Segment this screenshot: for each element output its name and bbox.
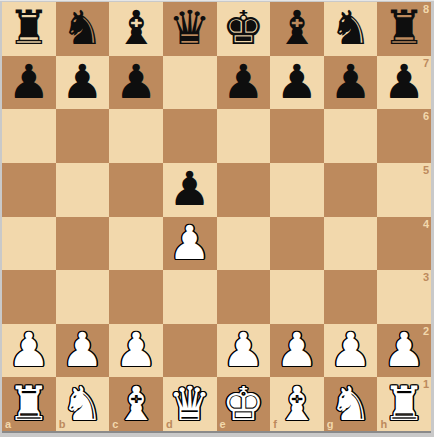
piece-black-pawn[interactable]: ♟ bbox=[222, 58, 264, 105]
square-f3[interactable] bbox=[270, 270, 324, 324]
piece-white-rook[interactable]: ♜ bbox=[8, 380, 50, 427]
square-b4[interactable] bbox=[56, 217, 110, 271]
piece-black-king[interactable]: ♚ bbox=[222, 4, 264, 51]
piece-black-pawn[interactable]: ♟ bbox=[115, 58, 157, 105]
square-f2[interactable]: ♟ bbox=[270, 324, 324, 378]
square-h3[interactable]: 3 bbox=[377, 270, 431, 324]
square-e7[interactable]: ♟ bbox=[217, 56, 271, 110]
square-b5[interactable] bbox=[56, 163, 110, 217]
square-e4[interactable] bbox=[217, 217, 271, 271]
square-a2[interactable]: ♟ bbox=[2, 324, 56, 378]
square-a4[interactable] bbox=[2, 217, 56, 271]
piece-black-rook[interactable]: ♜ bbox=[383, 4, 425, 51]
square-d1[interactable]: d♛ bbox=[163, 377, 217, 431]
square-d8[interactable]: ♛ bbox=[163, 2, 217, 56]
piece-white-king[interactable]: ♚ bbox=[222, 380, 264, 427]
square-h1[interactable]: 1h♜ bbox=[377, 377, 431, 431]
square-e1[interactable]: e♚ bbox=[217, 377, 271, 431]
piece-black-rook[interactable]: ♜ bbox=[8, 4, 50, 51]
piece-black-knight[interactable]: ♞ bbox=[329, 4, 371, 51]
square-a5[interactable] bbox=[2, 163, 56, 217]
piece-black-pawn[interactable]: ♟ bbox=[8, 58, 50, 105]
square-c2[interactable]: ♟ bbox=[109, 324, 163, 378]
square-f1[interactable]: f♝ bbox=[270, 377, 324, 431]
piece-black-bishop[interactable]: ♝ bbox=[115, 4, 157, 51]
square-c3[interactable] bbox=[109, 270, 163, 324]
square-f8[interactable]: ♝ bbox=[270, 2, 324, 56]
rank-label-3: 3 bbox=[423, 272, 429, 283]
square-f5[interactable] bbox=[270, 163, 324, 217]
rank-label-6: 6 bbox=[423, 111, 429, 122]
square-d7[interactable] bbox=[163, 56, 217, 110]
piece-black-pawn[interactable]: ♟ bbox=[61, 58, 103, 105]
square-e2[interactable]: ♟ bbox=[217, 324, 271, 378]
square-h5[interactable]: 5 bbox=[377, 163, 431, 217]
square-b8[interactable]: ♞ bbox=[56, 2, 110, 56]
rank-label-4: 4 bbox=[423, 219, 429, 230]
piece-white-queen[interactable]: ♛ bbox=[169, 380, 211, 427]
square-c8[interactable]: ♝ bbox=[109, 2, 163, 56]
square-a6[interactable] bbox=[2, 109, 56, 163]
piece-white-knight[interactable]: ♞ bbox=[329, 380, 371, 427]
square-g8[interactable]: ♞ bbox=[324, 2, 378, 56]
square-g7[interactable]: ♟ bbox=[324, 56, 378, 110]
square-e5[interactable] bbox=[217, 163, 271, 217]
square-f4[interactable] bbox=[270, 217, 324, 271]
rank-label-5: 5 bbox=[423, 165, 429, 176]
piece-black-queen[interactable]: ♛ bbox=[169, 4, 211, 51]
square-a3[interactable] bbox=[2, 270, 56, 324]
square-h6[interactable]: 6 bbox=[377, 109, 431, 163]
piece-black-pawn[interactable]: ♟ bbox=[383, 58, 425, 105]
square-c4[interactable] bbox=[109, 217, 163, 271]
piece-white-rook[interactable]: ♜ bbox=[383, 380, 425, 427]
piece-white-pawn[interactable]: ♟ bbox=[222, 326, 264, 373]
square-f6[interactable] bbox=[270, 109, 324, 163]
square-b6[interactable] bbox=[56, 109, 110, 163]
square-b1[interactable]: b♞ bbox=[56, 377, 110, 431]
square-d4[interactable]: ♟ bbox=[163, 217, 217, 271]
piece-white-pawn[interactable]: ♟ bbox=[276, 326, 318, 373]
piece-black-pawn[interactable]: ♟ bbox=[276, 58, 318, 105]
piece-white-pawn[interactable]: ♟ bbox=[329, 326, 371, 373]
square-b2[interactable]: ♟ bbox=[56, 324, 110, 378]
square-c7[interactable]: ♟ bbox=[109, 56, 163, 110]
piece-black-knight[interactable]: ♞ bbox=[61, 4, 103, 51]
square-g4[interactable] bbox=[324, 217, 378, 271]
square-b3[interactable] bbox=[56, 270, 110, 324]
square-a7[interactable]: ♟ bbox=[2, 56, 56, 110]
square-h7[interactable]: 7♟ bbox=[377, 56, 431, 110]
board-frame: ♜♞♝♛♚♝♞8♜♟♟♟♟♟♟7♟6♟5♟43♟♟♟♟♟♟2♟a♜b♞c♝d♛e… bbox=[0, 0, 434, 437]
chess-board[interactable]: ♜♞♝♛♚♝♞8♜♟♟♟♟♟♟7♟6♟5♟43♟♟♟♟♟♟2♟a♜b♞c♝d♛e… bbox=[2, 2, 431, 431]
piece-black-pawn[interactable]: ♟ bbox=[329, 58, 371, 105]
piece-white-pawn[interactable]: ♟ bbox=[169, 219, 211, 266]
square-d3[interactable] bbox=[163, 270, 217, 324]
square-d6[interactable] bbox=[163, 109, 217, 163]
piece-white-pawn[interactable]: ♟ bbox=[383, 326, 425, 373]
piece-black-bishop[interactable]: ♝ bbox=[276, 4, 318, 51]
square-e6[interactable] bbox=[217, 109, 271, 163]
square-h2[interactable]: 2♟ bbox=[377, 324, 431, 378]
square-h4[interactable]: 4 bbox=[377, 217, 431, 271]
square-c1[interactable]: c♝ bbox=[109, 377, 163, 431]
square-d5[interactable]: ♟ bbox=[163, 163, 217, 217]
square-a8[interactable]: ♜ bbox=[2, 2, 56, 56]
piece-white-bishop[interactable]: ♝ bbox=[115, 380, 157, 427]
piece-black-pawn[interactable]: ♟ bbox=[169, 165, 211, 212]
square-g3[interactable] bbox=[324, 270, 378, 324]
piece-white-pawn[interactable]: ♟ bbox=[115, 326, 157, 373]
square-c5[interactable] bbox=[109, 163, 163, 217]
piece-white-pawn[interactable]: ♟ bbox=[61, 326, 103, 373]
piece-white-knight[interactable]: ♞ bbox=[61, 380, 103, 427]
square-g2[interactable]: ♟ bbox=[324, 324, 378, 378]
square-c6[interactable] bbox=[109, 109, 163, 163]
square-g1[interactable]: g♞ bbox=[324, 377, 378, 431]
square-b7[interactable]: ♟ bbox=[56, 56, 110, 110]
square-h8[interactable]: 8♜ bbox=[377, 2, 431, 56]
square-g6[interactable] bbox=[324, 109, 378, 163]
square-e8[interactable]: ♚ bbox=[217, 2, 271, 56]
piece-white-pawn[interactable]: ♟ bbox=[8, 326, 50, 373]
square-f7[interactable]: ♟ bbox=[270, 56, 324, 110]
square-d2[interactable] bbox=[163, 324, 217, 378]
square-a1[interactable]: a♜ bbox=[2, 377, 56, 431]
square-g5[interactable] bbox=[324, 163, 378, 217]
piece-white-bishop[interactable]: ♝ bbox=[276, 380, 318, 427]
square-e3[interactable] bbox=[217, 270, 271, 324]
